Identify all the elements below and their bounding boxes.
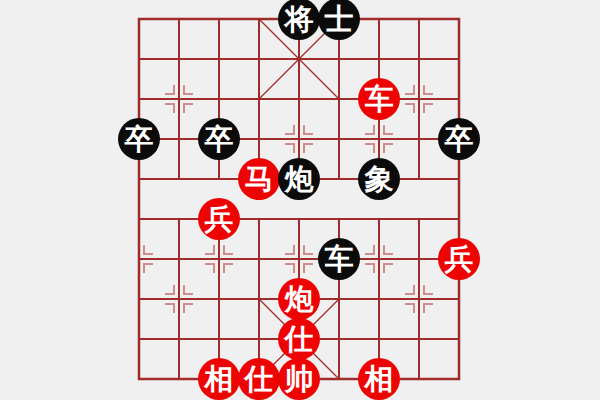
xiangqi-board: 将士车卒卒卒马炮象兵车兵炮仕相仕帅相 — [0, 0, 600, 400]
piece-black-cannon[interactable]: 炮 — [278, 158, 320, 200]
piece-black-chariot[interactable]: 车 — [318, 238, 360, 280]
piece-red-chariot[interactable]: 车 — [358, 78, 400, 120]
piece-red-cannon[interactable]: 炮 — [278, 278, 320, 320]
pieces-layer: 将士车卒卒卒马炮象兵车兵炮仕相仕帅相 — [0, 0, 600, 400]
piece-black-general[interactable]: 将 — [278, 0, 320, 40]
piece-red-advisor[interactable]: 仕 — [278, 318, 320, 360]
piece-red-elephant[interactable]: 相 — [198, 358, 240, 400]
piece-black-advisor[interactable]: 士 — [318, 0, 360, 40]
piece-black-soldier[interactable]: 卒 — [198, 118, 240, 160]
piece-red-elephant[interactable]: 相 — [358, 358, 400, 400]
piece-red-general[interactable]: 帅 — [278, 358, 320, 400]
piece-red-soldier[interactable]: 兵 — [198, 198, 240, 240]
piece-black-soldier[interactable]: 卒 — [118, 118, 160, 160]
piece-red-horse[interactable]: 马 — [238, 158, 280, 200]
piece-black-elephant[interactable]: 象 — [358, 158, 400, 200]
piece-black-soldier[interactable]: 卒 — [438, 118, 480, 160]
piece-red-advisor[interactable]: 仕 — [238, 358, 280, 400]
piece-red-soldier[interactable]: 兵 — [438, 238, 480, 280]
